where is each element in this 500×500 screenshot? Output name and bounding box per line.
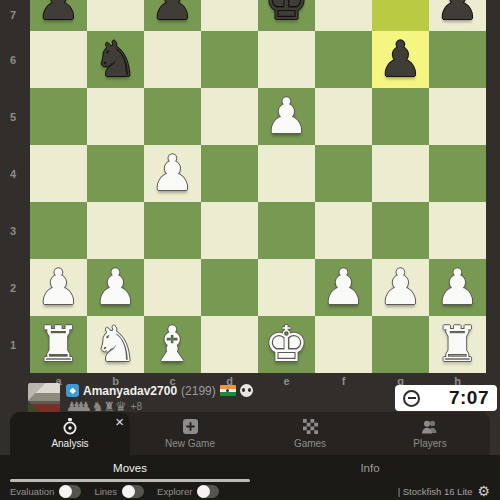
square-h3[interactable] bbox=[429, 202, 486, 259]
panel-tab-info[interactable]: Info bbox=[250, 455, 490, 481]
board-viewport: ♟♟♚♟♞♟♟♟♟♟♟♟♟♜♞♝♚♜ 7654321 bbox=[0, 0, 500, 373]
square-h4[interactable] bbox=[429, 145, 486, 202]
square-g3[interactable] bbox=[372, 202, 429, 259]
toggle-row: EvaluationLinesExplorer bbox=[10, 485, 232, 498]
player-avatar[interactable] bbox=[28, 383, 60, 415]
square-g6[interactable]: ♟ bbox=[372, 31, 429, 88]
rank-labels: 7654321 bbox=[0, 0, 30, 373]
panel-footer: EvaluationLinesExplorer | Stockfish 16 L… bbox=[0, 482, 500, 500]
piece-black-knight: ♞ bbox=[94, 31, 138, 88]
rank-label-4: 4 bbox=[10, 168, 16, 180]
toggle-label-lines: Lines bbox=[94, 486, 117, 497]
engine-label[interactable]: | Stockfish 16 Lite bbox=[398, 486, 473, 497]
active-tab-underline bbox=[10, 479, 250, 482]
checkerboard-icon bbox=[303, 419, 318, 435]
square-h2[interactable]: ♟ bbox=[429, 259, 486, 316]
toggle-knob bbox=[59, 485, 72, 498]
tool-tab-new-game[interactable]: New Game bbox=[130, 412, 250, 455]
tool-tab-analysis[interactable]: Analysis× bbox=[10, 412, 130, 455]
square-c5[interactable] bbox=[144, 88, 201, 145]
tool-tab-label: Games bbox=[294, 438, 326, 449]
piece-black-pawn: ♟ bbox=[37, 0, 81, 31]
square-f6[interactable] bbox=[315, 31, 372, 88]
square-b2[interactable]: ♟ bbox=[87, 259, 144, 316]
piece-white-king: ♚ bbox=[265, 316, 309, 373]
square-f4[interactable] bbox=[315, 145, 372, 202]
india-flag-icon bbox=[220, 385, 236, 396]
square-d5[interactable] bbox=[201, 88, 258, 145]
square-c4[interactable]: ♟ bbox=[144, 145, 201, 202]
panel-tabs: MovesInfo bbox=[0, 455, 500, 481]
toggle-lines[interactable] bbox=[122, 485, 144, 498]
square-c6[interactable] bbox=[144, 31, 201, 88]
square-b4[interactable] bbox=[87, 145, 144, 202]
rank-label-6: 6 bbox=[10, 54, 16, 66]
square-d4[interactable] bbox=[201, 145, 258, 202]
square-h7[interactable]: ♟ bbox=[429, 0, 486, 31]
square-h1[interactable]: ♜ bbox=[429, 316, 486, 373]
material-advantage: +8 bbox=[131, 401, 142, 412]
toggle-explorer[interactable] bbox=[197, 485, 219, 498]
panda-emoji-icon bbox=[240, 384, 253, 397]
square-g7[interactable] bbox=[372, 0, 429, 31]
tool-tab-players[interactable]: Players bbox=[370, 412, 490, 455]
analysis-panel: MovesInfo EvaluationLinesExplorer | Stoc… bbox=[0, 455, 500, 500]
square-c3[interactable] bbox=[144, 202, 201, 259]
square-e2[interactable] bbox=[258, 259, 315, 316]
piece-white-pawn: ♟ bbox=[94, 259, 138, 316]
file-label-f: f bbox=[342, 375, 346, 387]
people-icon bbox=[421, 419, 439, 435]
plus-square-icon bbox=[183, 419, 198, 435]
square-a4[interactable] bbox=[30, 145, 87, 202]
square-a3[interactable] bbox=[30, 202, 87, 259]
piece-black-pawn: ♟ bbox=[151, 0, 195, 31]
chess-board[interactable]: ♟♟♚♟♞♟♟♟♟♟♟♟♟♜♞♝♚♜ bbox=[30, 0, 486, 373]
square-b6[interactable]: ♞ bbox=[87, 31, 144, 88]
piece-white-pawn: ♟ bbox=[322, 259, 366, 316]
tool-tab-games[interactable]: Games bbox=[250, 412, 370, 455]
file-label-e: e bbox=[283, 375, 289, 387]
rank-label-3: 3 bbox=[10, 225, 16, 237]
square-f5[interactable] bbox=[315, 88, 372, 145]
piece-white-pawn: ♟ bbox=[151, 145, 195, 202]
square-f2[interactable]: ♟ bbox=[315, 259, 372, 316]
piece-white-pawn: ♟ bbox=[265, 88, 309, 145]
square-a6[interactable] bbox=[30, 31, 87, 88]
piece-black-pawn: ♟ bbox=[379, 31, 423, 88]
square-b1[interactable]: ♞ bbox=[87, 316, 144, 373]
white-clock: 7:07 bbox=[395, 385, 497, 411]
square-a1[interactable]: ♜ bbox=[30, 316, 87, 373]
toggle-evaluation[interactable] bbox=[59, 485, 81, 498]
clock-time: 7:07 bbox=[420, 387, 489, 409]
square-g2[interactable]: ♟ bbox=[372, 259, 429, 316]
piece-black-king: ♚ bbox=[265, 0, 309, 31]
player-rating: (2199) bbox=[181, 384, 216, 398]
toggle-label-explorer: Explorer bbox=[157, 486, 192, 497]
square-e5[interactable]: ♟ bbox=[258, 88, 315, 145]
square-g1[interactable] bbox=[372, 316, 429, 373]
chess-app-screen: ♟♟♚♟♞♟♟♟♟♟♟♟♟♜♞♝♚♜ 7654321 abcdefgh ◆ Am… bbox=[0, 0, 500, 500]
square-a7[interactable]: ♟ bbox=[30, 0, 87, 31]
rank-label-7: 7 bbox=[10, 9, 16, 21]
square-h6[interactable] bbox=[429, 31, 486, 88]
settings-gear-icon[interactable]: ⚙ bbox=[477, 484, 490, 498]
square-f1[interactable] bbox=[315, 316, 372, 373]
square-e6[interactable] bbox=[258, 31, 315, 88]
square-d2[interactable] bbox=[201, 259, 258, 316]
square-d7[interactable] bbox=[201, 0, 258, 31]
square-d3[interactable] bbox=[201, 202, 258, 259]
panel-tab-moves[interactable]: Moves bbox=[10, 455, 250, 481]
square-c7[interactable]: ♟ bbox=[144, 0, 201, 31]
piece-white-pawn: ♟ bbox=[379, 259, 423, 316]
square-a5[interactable] bbox=[30, 88, 87, 145]
piece-white-rook: ♜ bbox=[436, 316, 480, 373]
player-username[interactable]: Amanyadav2700 bbox=[83, 384, 177, 398]
square-b5[interactable] bbox=[87, 88, 144, 145]
clock-minus-icon bbox=[403, 390, 420, 407]
square-d6[interactable] bbox=[201, 31, 258, 88]
tool-tab-bar: Analysis×New GameGamesPlayers bbox=[10, 412, 490, 455]
toggle-knob bbox=[197, 485, 210, 498]
square-c1[interactable]: ♝ bbox=[144, 316, 201, 373]
square-a2[interactable]: ♟ bbox=[30, 259, 87, 316]
rank-label-1: 1 bbox=[10, 339, 16, 351]
rank-label-2: 2 bbox=[10, 282, 16, 294]
close-icon[interactable]: × bbox=[115, 414, 124, 429]
diamond-member-icon: ◆ bbox=[66, 384, 79, 397]
square-b7[interactable] bbox=[87, 0, 144, 31]
square-h5[interactable] bbox=[429, 88, 486, 145]
square-g4[interactable] bbox=[372, 145, 429, 202]
piece-white-knight: ♞ bbox=[94, 316, 138, 373]
square-g5[interactable] bbox=[372, 88, 429, 145]
player-bar: ◆ Amanyadav2700 (2199) ♟♟♟♟♞♜♛+8 bbox=[28, 383, 253, 415]
tool-tab-label: New Game bbox=[165, 438, 215, 449]
square-f3[interactable] bbox=[315, 202, 372, 259]
piece-white-pawn: ♟ bbox=[436, 259, 480, 316]
piece-white-rook: ♜ bbox=[37, 316, 81, 373]
stopwatch-icon bbox=[62, 419, 78, 435]
piece-white-pawn: ♟ bbox=[37, 259, 81, 316]
tool-tab-label: Players bbox=[413, 438, 446, 449]
square-f7[interactable] bbox=[315, 0, 372, 31]
square-e4[interactable] bbox=[258, 145, 315, 202]
player-info: ◆ Amanyadav2700 (2199) ♟♟♟♟♞♜♛+8 bbox=[66, 383, 253, 415]
square-b3[interactable] bbox=[87, 202, 144, 259]
toggle-label-evaluation: Evaluation bbox=[10, 486, 54, 497]
square-d1[interactable] bbox=[201, 316, 258, 373]
square-c2[interactable] bbox=[144, 259, 201, 316]
square-e1[interactable]: ♚ bbox=[258, 316, 315, 373]
square-e3[interactable] bbox=[258, 202, 315, 259]
piece-black-pawn: ♟ bbox=[436, 0, 480, 31]
toggle-knob bbox=[122, 485, 135, 498]
tool-tab-label: Analysis bbox=[51, 438, 88, 449]
piece-white-bishop: ♝ bbox=[151, 316, 195, 373]
rank-label-5: 5 bbox=[10, 111, 16, 123]
square-e7[interactable]: ♚ bbox=[258, 0, 315, 31]
